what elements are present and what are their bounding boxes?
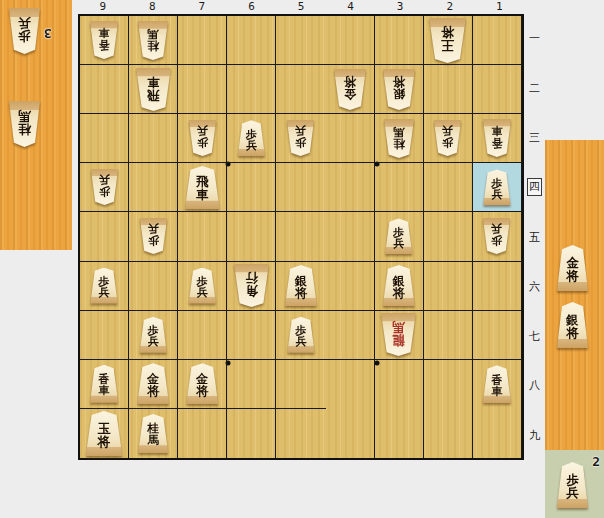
square-5-4[interactable] <box>276 163 325 212</box>
piece-kanji: 馬 <box>147 27 159 39</box>
square-4-6[interactable] <box>326 262 375 311</box>
piece-kanji: 兵 <box>148 224 159 235</box>
gote-hand-pawn-count: 3 <box>44 26 52 41</box>
piece-kanji: 歩 <box>18 30 31 43</box>
rank-labels: 一二三四五六七八九 <box>524 14 545 460</box>
sente-piece-香車[interactable]: 香車 <box>482 365 512 403</box>
piece-kanji: 将 <box>147 385 159 397</box>
piece-kanji: 兵 <box>566 487 579 500</box>
square-4-2[interactable]: 金将 <box>326 65 375 114</box>
piece-kanji: 歩 <box>148 235 159 246</box>
square-7-9[interactable] <box>178 409 227 458</box>
square-5-1[interactable] <box>276 16 325 65</box>
piece-kanji: 歩 <box>99 186 110 197</box>
piece-kanji: 兵 <box>99 175 110 186</box>
square-8-2[interactable]: 飛車 <box>129 65 178 114</box>
piece-kanji: 馬 <box>147 435 159 447</box>
square-3-2[interactable]: 銀将 <box>375 65 424 114</box>
piece-kanji: 将 <box>196 385 208 397</box>
piece-kanji: 将 <box>441 25 454 38</box>
square-6-6[interactable]: 角行 <box>227 262 276 311</box>
square-7-4[interactable]: 飛車 <box>178 163 227 212</box>
file-label-1: 1 <box>475 0 525 14</box>
gote-piece-歩兵[interactable]: 歩兵 <box>286 120 315 156</box>
piece-kanji: 兵 <box>197 287 208 298</box>
piece-kanji: 兵 <box>491 189 502 200</box>
square-9-7[interactable] <box>80 311 129 360</box>
gote-piece-歩兵[interactable]: 歩兵 <box>90 169 119 205</box>
square-9-6[interactable]: 歩兵 <box>80 262 129 311</box>
square-6-9[interactable] <box>227 409 276 458</box>
piece-kanji: 将 <box>393 287 405 299</box>
square-9-4[interactable]: 歩兵 <box>80 163 129 212</box>
square-7-3[interactable]: 歩兵 <box>178 114 227 163</box>
square-4-8[interactable] <box>326 360 375 409</box>
square-3-1[interactable] <box>375 16 424 65</box>
piece-kanji: 兵 <box>295 126 306 137</box>
sente-piece-歩兵[interactable]: 歩兵 <box>237 120 266 156</box>
square-3-8[interactable] <box>375 360 424 409</box>
square-9-1[interactable]: 香車 <box>80 16 129 65</box>
piece-kanji: 兵 <box>491 224 502 235</box>
piece-kanji: 歩 <box>197 137 208 148</box>
square-2-1[interactable]: 王将 <box>424 16 473 65</box>
sente-piece-歩兵[interactable]: 歩兵 <box>90 268 119 304</box>
square-3-9[interactable] <box>375 409 424 458</box>
gote-captured-stand: 歩兵 3 桂馬 <box>0 0 72 250</box>
rank-label-三: 三 <box>524 113 545 163</box>
piece-kanji: 兵 <box>246 140 257 151</box>
sente-piece-銀将[interactable]: 銀将 <box>556 302 589 348</box>
square-7-5[interactable] <box>178 212 227 261</box>
piece-kanji: 将 <box>295 287 307 299</box>
square-6-4[interactable] <box>227 163 276 212</box>
square-7-7[interactable] <box>178 311 227 360</box>
square-8-8[interactable]: 金将 <box>129 360 178 409</box>
sente-piece-歩兵[interactable]: 歩兵 <box>188 268 217 304</box>
piece-kanji: 将 <box>344 75 356 87</box>
gote-piece-歩兵[interactable]: 歩兵 <box>482 218 511 254</box>
sente-piece-歩兵[interactable]: 歩兵 <box>556 462 589 508</box>
square-2-2[interactable] <box>424 65 473 114</box>
gote-hand-knight[interactable]: 桂馬 <box>8 101 41 147</box>
gote-piece-香車[interactable]: 香車 <box>89 21 119 59</box>
gote-piece-桂馬[interactable]: 桂馬 <box>137 21 169 60</box>
piece-kanji: 金 <box>344 88 356 100</box>
square-2-6[interactable] <box>424 262 473 311</box>
shogi-app: 歩兵 3 桂馬 987654321 一二三四五六七八九 香車桂馬王将飛車金将銀将… <box>0 0 604 518</box>
gote-piece-歩兵[interactable]: 歩兵 <box>8 8 41 54</box>
piece-kanji: 将 <box>393 75 405 87</box>
file-label-6: 6 <box>227 0 277 14</box>
square-8-1[interactable]: 桂馬 <box>129 16 178 65</box>
square-4-4[interactable] <box>326 163 375 212</box>
piece-kanji: 馬 <box>392 320 405 333</box>
piece-kanji: 馬 <box>18 110 31 123</box>
piece-kanji: 将 <box>98 435 111 448</box>
file-label-3: 3 <box>375 0 425 14</box>
piece-kanji: 兵 <box>197 126 208 137</box>
square-9-9[interactable]: 玉将 <box>80 409 129 458</box>
square-4-5[interactable] <box>326 212 375 261</box>
piece-kanji: 車 <box>491 126 502 137</box>
rank-label-一: 一 <box>524 14 545 64</box>
piece-kanji: 車 <box>99 27 110 38</box>
sente-piece-桂馬[interactable]: 桂馬 <box>137 414 169 453</box>
square-1-3[interactable]: 香車 <box>473 114 522 163</box>
gote-piece-龍馬[interactable]: 龍馬 <box>380 313 417 356</box>
square-7-1[interactable] <box>178 16 227 65</box>
square-3-6[interactable]: 銀将 <box>375 262 424 311</box>
square-6-8[interactable] <box>227 360 276 409</box>
square-9-2[interactable] <box>80 65 129 114</box>
file-label-5: 5 <box>276 0 326 14</box>
square-5-9[interactable] <box>276 409 325 458</box>
square-3-4[interactable] <box>375 163 424 212</box>
square-2-5[interactable] <box>424 212 473 261</box>
square-7-8[interactable]: 金将 <box>178 360 227 409</box>
square-1-6[interactable] <box>473 262 522 311</box>
file-label-8: 8 <box>128 0 178 14</box>
square-4-9[interactable] <box>326 409 375 458</box>
square-2-3[interactable]: 歩兵 <box>424 114 473 163</box>
piece-kanji: 将 <box>566 327 579 340</box>
piece-kanji: 行 <box>245 271 258 284</box>
sente-piece-銀将[interactable]: 銀将 <box>382 265 416 306</box>
gote-piece-桂馬[interactable]: 桂馬 <box>8 101 41 147</box>
square-3-5[interactable]: 歩兵 <box>375 212 424 261</box>
gote-piece-歩兵[interactable]: 歩兵 <box>139 218 168 254</box>
piece-kanji: 銀 <box>393 88 405 100</box>
piece-kanji: 兵 <box>393 238 404 249</box>
piece-kanji: 香 <box>491 137 502 148</box>
square-6-1[interactable] <box>227 16 276 65</box>
piece-kanji: 桂 <box>18 123 31 136</box>
square-9-5[interactable] <box>80 212 129 261</box>
piece-kanji: 兵 <box>148 336 159 347</box>
piece-kanji: 将 <box>566 270 579 283</box>
square-6-3[interactable]: 歩兵 <box>227 114 276 163</box>
gote-piece-金将[interactable]: 金将 <box>333 69 367 110</box>
square-9-8[interactable]: 香車 <box>80 360 129 409</box>
shogi-board: 香車桂馬王将飛車金将銀将歩兵歩兵歩兵桂馬歩兵香車歩兵飛車歩兵歩兵歩兵歩兵歩兵歩兵… <box>78 14 524 460</box>
square-1-1[interactable] <box>473 16 522 65</box>
square-1-4[interactable]: 歩兵 <box>473 163 522 212</box>
square-4-1[interactable] <box>326 16 375 65</box>
square-8-4[interactable] <box>129 163 178 212</box>
square-1-2[interactable] <box>473 65 522 114</box>
gote-piece-桂馬[interactable]: 桂馬 <box>383 119 415 158</box>
sente-piece-金将[interactable]: 金将 <box>556 245 589 291</box>
square-4-3[interactable] <box>326 114 375 163</box>
piece-kanji: 車 <box>99 385 110 396</box>
selected-hand-piece-highlight: 歩兵 2 <box>545 450 604 518</box>
file-label-7: 7 <box>177 0 227 14</box>
square-7-6[interactable]: 歩兵 <box>178 262 227 311</box>
sente-piece-香車[interactable]: 香車 <box>89 365 119 403</box>
square-3-3[interactable]: 桂馬 <box>375 114 424 163</box>
square-8-6[interactable] <box>129 262 178 311</box>
gote-hand-pawn[interactable]: 歩兵 <box>8 8 41 54</box>
sente-piece-歩兵[interactable]: 歩兵 <box>384 218 413 254</box>
piece-kanji: 玉 <box>98 422 111 435</box>
square-6-5[interactable] <box>227 212 276 261</box>
square-5-2[interactable] <box>276 65 325 114</box>
gote-piece-銀将[interactable]: 銀将 <box>382 69 416 110</box>
sente-piece-歩兵[interactable]: 歩兵 <box>139 317 168 353</box>
sente-piece-金将[interactable]: 金将 <box>185 363 219 404</box>
sente-piece-金将[interactable]: 金将 <box>136 363 170 404</box>
square-6-7[interactable] <box>227 311 276 360</box>
square-8-7[interactable]: 歩兵 <box>129 311 178 360</box>
rank-label-六: 六 <box>524 262 545 312</box>
piece-kanji: 歩 <box>295 137 306 148</box>
gote-piece-王将[interactable]: 王将 <box>428 18 467 63</box>
piece-kanji: 車 <box>196 189 209 202</box>
sente-piece-歩兵[interactable]: 歩兵 <box>286 317 315 353</box>
file-label-4: 4 <box>326 0 376 14</box>
square-1-8[interactable]: 香車 <box>473 360 522 409</box>
rank-label-九: 九 <box>524 411 545 461</box>
gote-piece-飛車[interactable]: 飛車 <box>135 68 172 111</box>
file-label-9: 9 <box>78 0 128 14</box>
rank-label-四: 四 <box>524 163 545 213</box>
sente-piece-玉将[interactable]: 玉将 <box>85 411 124 456</box>
piece-kanji: 車 <box>491 386 502 397</box>
square-9-3[interactable] <box>80 114 129 163</box>
gote-piece-香車[interactable]: 香車 <box>482 119 512 157</box>
rank-label-七: 七 <box>524 311 545 361</box>
piece-kanji: 香 <box>99 39 110 50</box>
piece-kanji: 龍 <box>392 333 405 346</box>
square-5-8[interactable] <box>276 360 325 409</box>
piece-kanji: 兵 <box>295 336 306 347</box>
sente-hand-pawn-count: 2 <box>592 454 600 469</box>
square-2-8[interactable] <box>424 360 473 409</box>
square-2-4[interactable] <box>424 163 473 212</box>
square-8-9[interactable]: 桂馬 <box>129 409 178 458</box>
sente-piece-銀将[interactable]: 銀将 <box>284 265 318 306</box>
piece-kanji: 角 <box>245 284 258 297</box>
square-7-2[interactable] <box>178 65 227 114</box>
square-5-6[interactable]: 銀将 <box>276 262 325 311</box>
rank-label-八: 八 <box>524 361 545 411</box>
sente-hand-silver[interactable]: 銀将 <box>556 302 589 348</box>
square-2-7[interactable] <box>424 311 473 360</box>
sente-piece-歩兵[interactable]: 歩兵 <box>482 169 511 205</box>
piece-kanji: 兵 <box>99 287 110 298</box>
piece-kanji: 兵 <box>18 17 31 30</box>
sente-hand-pawn[interactable]: 歩兵 <box>556 462 589 508</box>
square-1-9[interactable] <box>473 409 522 458</box>
square-8-5[interactable]: 歩兵 <box>129 212 178 261</box>
square-1-5[interactable]: 歩兵 <box>473 212 522 261</box>
file-label-2: 2 <box>425 0 475 14</box>
file-labels: 987654321 <box>78 0 524 14</box>
square-8-3[interactable] <box>129 114 178 163</box>
sente-captured-stand: 金将 銀将 歩兵 2 <box>545 140 604 518</box>
piece-kanji: 兵 <box>442 126 453 137</box>
piece-kanji: 馬 <box>393 125 405 137</box>
gote-piece-角行[interactable]: 角行 <box>233 264 270 307</box>
piece-kanji: 王 <box>441 39 454 52</box>
square-2-9[interactable] <box>424 409 473 458</box>
gote-piece-歩兵[interactable]: 歩兵 <box>433 120 462 156</box>
square-5-7[interactable]: 歩兵 <box>276 311 325 360</box>
square-4-7[interactable] <box>326 311 375 360</box>
sente-piece-飛車[interactable]: 飛車 <box>184 166 221 209</box>
square-5-5[interactable] <box>276 212 325 261</box>
piece-kanji: 歩 <box>491 235 502 246</box>
square-1-7[interactable] <box>473 311 522 360</box>
rank-label-二: 二 <box>524 64 545 114</box>
piece-kanji: 車 <box>147 75 160 88</box>
piece-kanji: 歩 <box>442 137 453 148</box>
sente-hand-gold[interactable]: 金将 <box>556 245 589 291</box>
square-3-7[interactable]: 龍馬 <box>375 311 424 360</box>
square-6-2[interactable] <box>227 65 276 114</box>
rank-label-五: 五 <box>524 212 545 262</box>
square-5-3[interactable]: 歩兵 <box>276 114 325 163</box>
gote-piece-歩兵[interactable]: 歩兵 <box>188 120 217 156</box>
